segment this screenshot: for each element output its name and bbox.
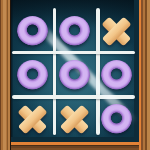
board-cells <box>12 6 136 137</box>
o-piece <box>59 60 90 91</box>
wood-frame-left <box>0 0 11 150</box>
wood-frame-bottom <box>11 142 139 150</box>
tic-tac-toe-board <box>11 0 139 142</box>
cell-r0-c1[interactable] <box>53 6 97 51</box>
x-piece <box>16 103 48 135</box>
cell-r2-c0[interactable] <box>12 95 53 137</box>
o-piece <box>17 60 48 91</box>
cell-r0-c0[interactable] <box>12 6 53 51</box>
o-piece <box>59 16 90 47</box>
cell-r1-c0[interactable] <box>12 51 53 96</box>
o-piece <box>17 16 48 47</box>
cell-r1-c1[interactable] <box>53 51 97 96</box>
o-piece <box>101 104 132 135</box>
cell-r0-c2[interactable] <box>96 6 136 51</box>
cell-r2-c1[interactable] <box>53 95 97 137</box>
wood-frame-right <box>139 0 150 150</box>
x-piece <box>58 103 90 135</box>
cell-r1-c2[interactable] <box>96 51 136 96</box>
game-screen <box>0 0 150 150</box>
o-piece <box>101 60 132 91</box>
x-piece <box>100 15 132 47</box>
cell-r2-c2[interactable] <box>96 95 136 137</box>
